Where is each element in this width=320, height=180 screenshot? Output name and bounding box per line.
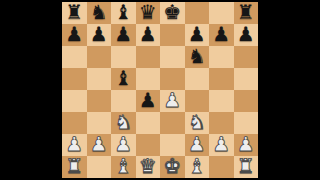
square-a1[interactable]: ♜: [62, 156, 87, 178]
square-e2[interactable]: [160, 134, 185, 156]
square-b2[interactable]: ♟: [87, 134, 112, 156]
square-g4[interactable]: [209, 90, 234, 112]
square-f4[interactable]: [185, 90, 210, 112]
square-h8[interactable]: ♜: [234, 2, 259, 24]
piece-black-knight: ♞: [90, 2, 108, 22]
piece-black-knight: ♞: [188, 46, 206, 66]
square-c7[interactable]: ♟: [111, 24, 136, 46]
video-frame: ♜♞♝♛♚♜♟♟♟♟♟♟♟♞♝♟♟♞♞♟♟♟♟♟♟♜♝♛♚♝♜: [0, 0, 320, 180]
piece-white-bishop: ♝: [114, 156, 132, 176]
piece-white-bishop: ♝: [188, 156, 206, 176]
square-a7[interactable]: ♟: [62, 24, 87, 46]
square-f1[interactable]: ♝: [185, 156, 210, 178]
piece-black-pawn: ♟: [212, 24, 230, 44]
square-h2[interactable]: ♟: [234, 134, 259, 156]
piece-white-queen: ♛: [139, 156, 157, 176]
square-e7[interactable]: [160, 24, 185, 46]
piece-white-pawn: ♟: [114, 134, 132, 154]
square-h5[interactable]: [234, 68, 259, 90]
square-f2[interactable]: ♟: [185, 134, 210, 156]
square-a5[interactable]: [62, 68, 87, 90]
square-d7[interactable]: ♟: [136, 24, 161, 46]
square-b7[interactable]: ♟: [87, 24, 112, 46]
piece-black-pawn: ♟: [237, 24, 255, 44]
piece-black-rook: ♜: [237, 2, 255, 22]
piece-black-king: ♚: [163, 2, 181, 22]
square-d6[interactable]: [136, 46, 161, 68]
square-b5[interactable]: [87, 68, 112, 90]
square-f6[interactable]: ♞: [185, 46, 210, 68]
piece-white-knight: ♞: [188, 112, 206, 132]
square-h6[interactable]: [234, 46, 259, 68]
square-a6[interactable]: [62, 46, 87, 68]
square-c3[interactable]: ♞: [111, 112, 136, 134]
square-e8[interactable]: ♚: [160, 2, 185, 24]
square-d4[interactable]: ♟: [136, 90, 161, 112]
square-g5[interactable]: [209, 68, 234, 90]
square-g7[interactable]: ♟: [209, 24, 234, 46]
piece-black-bishop: ♝: [114, 2, 132, 22]
square-g3[interactable]: [209, 112, 234, 134]
square-h4[interactable]: [234, 90, 259, 112]
square-g1[interactable]: [209, 156, 234, 178]
piece-white-rook: ♜: [65, 156, 83, 176]
piece-black-queen: ♛: [139, 2, 157, 22]
square-h7[interactable]: ♟: [234, 24, 259, 46]
square-e3[interactable]: [160, 112, 185, 134]
square-d3[interactable]: [136, 112, 161, 134]
piece-white-pawn: ♟: [237, 134, 255, 154]
piece-black-pawn: ♟: [188, 24, 206, 44]
square-e6[interactable]: [160, 46, 185, 68]
square-c4[interactable]: [111, 90, 136, 112]
square-b3[interactable]: [87, 112, 112, 134]
square-a3[interactable]: [62, 112, 87, 134]
square-a4[interactable]: [62, 90, 87, 112]
square-c2[interactable]: ♟: [111, 134, 136, 156]
square-e5[interactable]: [160, 68, 185, 90]
piece-white-pawn: ♟: [90, 134, 108, 154]
square-c8[interactable]: ♝: [111, 2, 136, 24]
piece-white-pawn: ♟: [163, 90, 181, 110]
square-c1[interactable]: ♝: [111, 156, 136, 178]
square-b1[interactable]: [87, 156, 112, 178]
square-g8[interactable]: [209, 2, 234, 24]
square-h1[interactable]: ♜: [234, 156, 259, 178]
chessboard: ♜♞♝♛♚♜♟♟♟♟♟♟♟♞♝♟♟♞♞♟♟♟♟♟♟♜♝♛♚♝♜: [62, 2, 258, 178]
square-g2[interactable]: ♟: [209, 134, 234, 156]
square-a8[interactable]: ♜: [62, 2, 87, 24]
square-e1[interactable]: ♚: [160, 156, 185, 178]
square-d1[interactable]: ♛: [136, 156, 161, 178]
piece-black-pawn: ♟: [114, 24, 132, 44]
piece-white-pawn: ♟: [212, 134, 230, 154]
square-f3[interactable]: ♞: [185, 112, 210, 134]
square-g6[interactable]: [209, 46, 234, 68]
piece-black-pawn: ♟: [139, 24, 157, 44]
square-e4[interactable]: ♟: [160, 90, 185, 112]
square-b4[interactable]: [87, 90, 112, 112]
square-b8[interactable]: ♞: [87, 2, 112, 24]
square-f8[interactable]: [185, 2, 210, 24]
piece-black-bishop: ♝: [114, 68, 132, 88]
piece-black-pawn: ♟: [65, 24, 83, 44]
square-d2[interactable]: [136, 134, 161, 156]
square-f5[interactable]: [185, 68, 210, 90]
square-h3[interactable]: [234, 112, 259, 134]
piece-white-pawn: ♟: [65, 134, 83, 154]
square-b6[interactable]: [87, 46, 112, 68]
piece-white-pawn: ♟: [188, 134, 206, 154]
piece-white-rook: ♜: [237, 156, 255, 176]
square-c5[interactable]: ♝: [111, 68, 136, 90]
square-d5[interactable]: [136, 68, 161, 90]
piece-black-rook: ♜: [65, 2, 83, 22]
square-a2[interactable]: ♟: [62, 134, 87, 156]
piece-white-king: ♚: [163, 156, 181, 176]
square-d8[interactable]: ♛: [136, 2, 161, 24]
piece-black-pawn: ♟: [139, 90, 157, 110]
square-c6[interactable]: [111, 46, 136, 68]
square-f7[interactable]: ♟: [185, 24, 210, 46]
piece-black-pawn: ♟: [90, 24, 108, 44]
piece-white-knight: ♞: [114, 112, 132, 132]
